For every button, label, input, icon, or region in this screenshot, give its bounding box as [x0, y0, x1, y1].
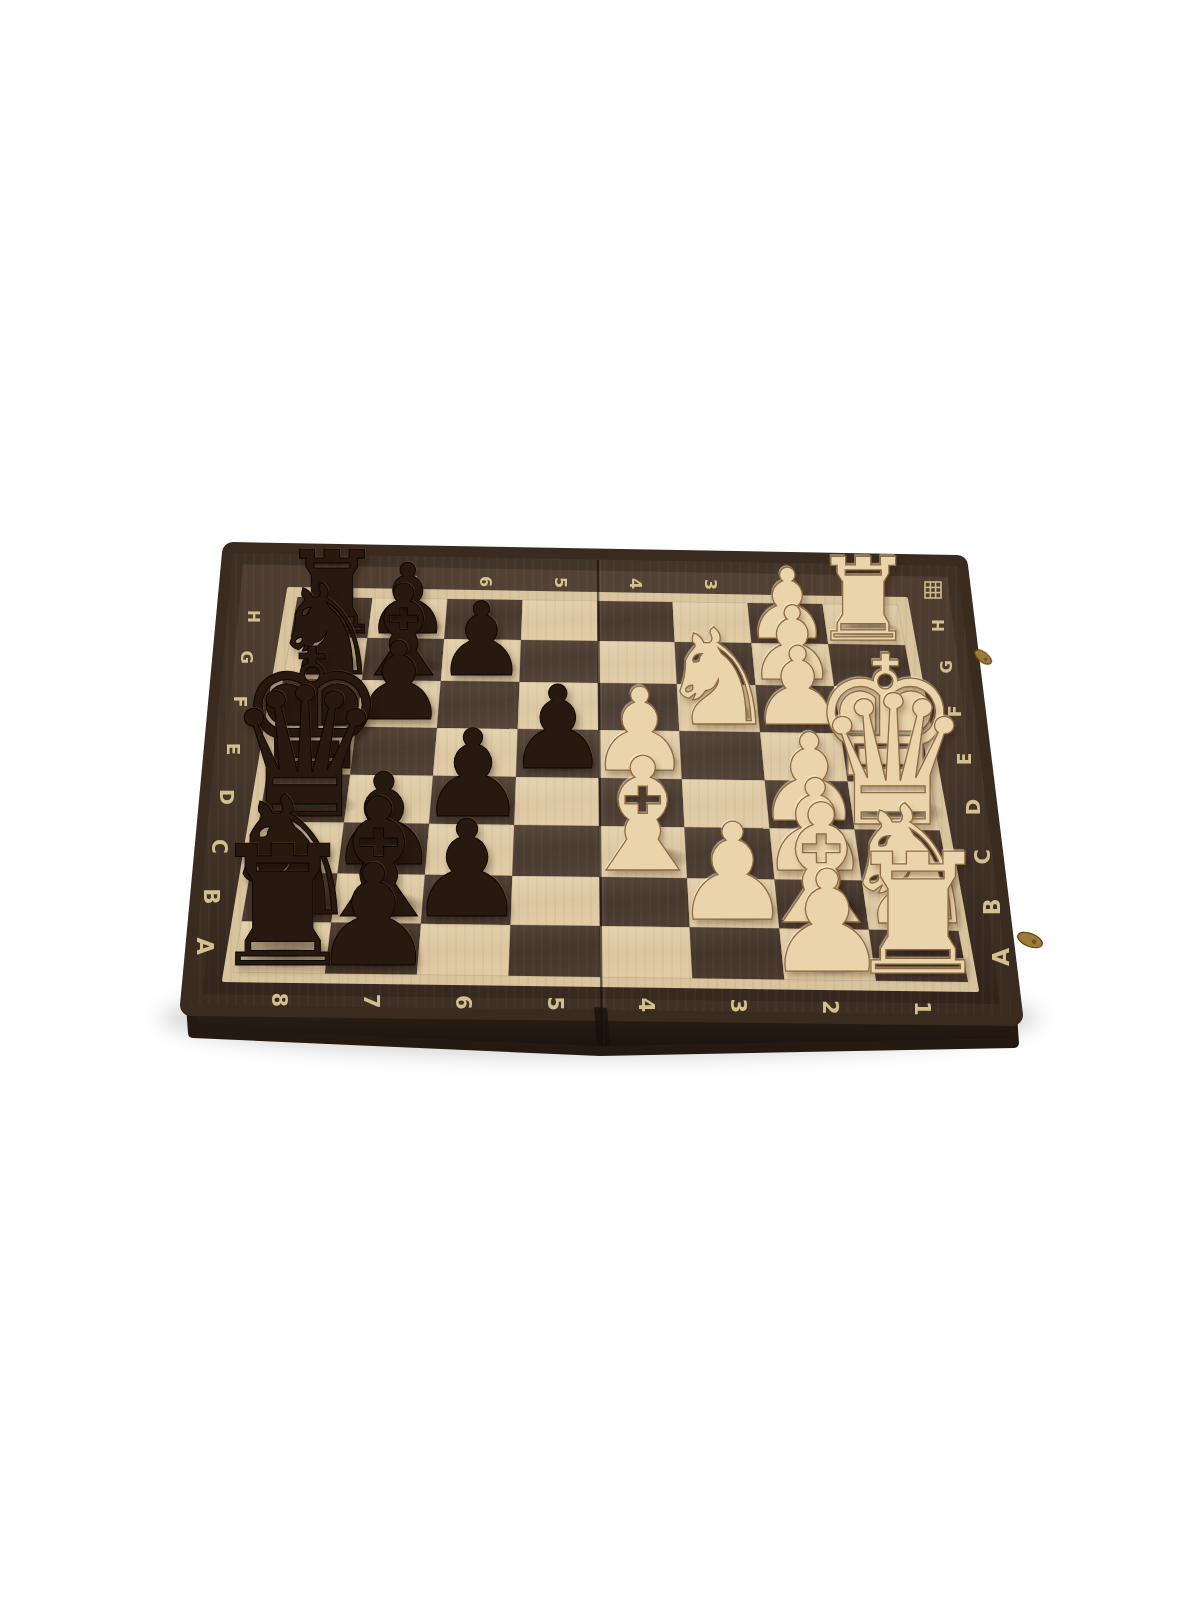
- rank-label-bottom-6: 6: [451, 995, 475, 1010]
- rank-label-bottom-4: 4: [634, 997, 658, 1012]
- piece-white-rook-a1[interactable]: ♜: [843, 832, 993, 999]
- clasp-icon-bottom: [1016, 929, 1045, 951]
- chess-board: HHGGFFEEDDCCBBAA8877665544332211 ♜♟♟♜♞♝♟…: [0, 0, 1200, 1600]
- rank-label-bottom-5: 5: [543, 996, 567, 1011]
- rank-label-top-4: 4: [626, 578, 645, 589]
- rank-label-top-5: 5: [551, 577, 570, 588]
- piece-black-pawn-a7[interactable]: ♟: [310, 846, 436, 987]
- rank-label-bottom-3: 3: [726, 999, 750, 1014]
- rank-label-top-3: 3: [701, 579, 720, 590]
- photo-background: HHGGFFEEDDCCBBAA8877665544332211 ♜♟♟♜♞♝♟…: [0, 0, 1200, 1600]
